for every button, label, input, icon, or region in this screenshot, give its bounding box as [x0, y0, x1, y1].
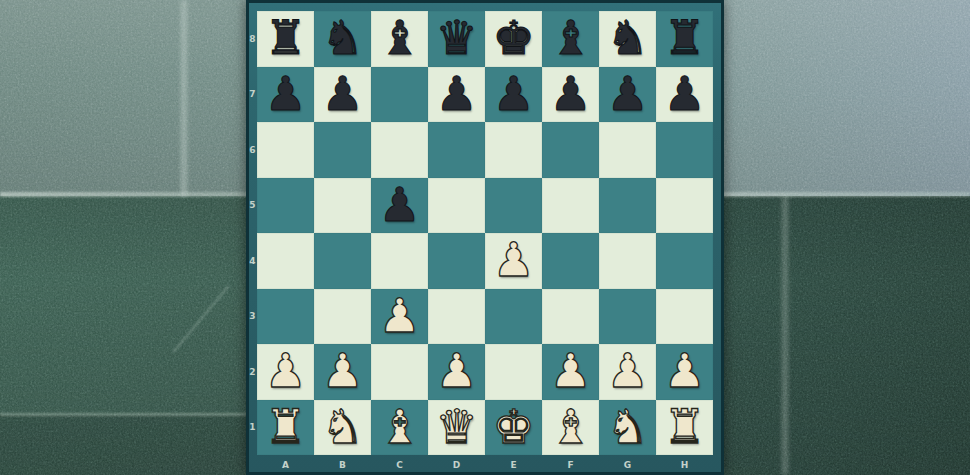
rank-label-5: 5: [248, 178, 257, 234]
black-knight[interactable]: ♞: [321, 14, 363, 61]
white-pawn[interactable]: ♟: [663, 347, 705, 394]
square-g4[interactable]: [599, 233, 656, 289]
rank-label-7: 7: [248, 67, 257, 123]
file-label-h: H: [656, 457, 713, 472]
file-label-e: E: [485, 457, 542, 472]
file-coordinates: ABCDEFGH: [257, 457, 713, 472]
chess-app-window: 87654321 ABCDEFGH ♜♞♝♛♚♝♞♜♟♟♟♟♟♟♟♟♟♟♟♟♟♟…: [0, 0, 970, 475]
square-f7[interactable]: ♟: [542, 67, 599, 123]
white-bishop[interactable]: ♝: [549, 403, 591, 450]
white-pawn[interactable]: ♟: [435, 347, 477, 394]
black-pawn[interactable]: ♟: [435, 70, 477, 117]
square-e6[interactable]: [485, 122, 542, 178]
square-g6[interactable]: [599, 122, 656, 178]
square-h4[interactable]: [656, 233, 713, 289]
background-tile-seam-horizontal-lower: [0, 413, 252, 416]
square-f6[interactable]: [542, 122, 599, 178]
black-pawn[interactable]: ♟: [321, 70, 363, 117]
white-bishop[interactable]: ♝: [378, 403, 420, 450]
square-a8[interactable]: ♜: [257, 11, 314, 67]
square-c3[interactable]: ♟: [371, 289, 428, 345]
square-b3[interactable]: [314, 289, 371, 345]
square-c6[interactable]: [371, 122, 428, 178]
black-pawn[interactable]: ♟: [264, 70, 306, 117]
square-d4[interactable]: [428, 233, 485, 289]
white-knight[interactable]: ♞: [606, 403, 648, 450]
rank-label-1: 1: [248, 400, 257, 456]
square-f1[interactable]: ♝: [542, 400, 599, 456]
black-pawn[interactable]: ♟: [663, 70, 705, 117]
black-rook[interactable]: ♜: [264, 14, 306, 61]
square-e4[interactable]: ♟: [485, 233, 542, 289]
square-e7[interactable]: ♟: [485, 67, 542, 123]
square-b2[interactable]: ♟: [314, 344, 371, 400]
square-h6[interactable]: [656, 122, 713, 178]
square-g7[interactable]: ♟: [599, 67, 656, 123]
square-g3[interactable]: [599, 289, 656, 345]
square-a6[interactable]: [257, 122, 314, 178]
file-label-b: B: [314, 457, 371, 472]
black-pawn[interactable]: ♟: [492, 70, 534, 117]
square-d8[interactable]: ♛: [428, 11, 485, 67]
square-a4[interactable]: [257, 233, 314, 289]
square-b5[interactable]: [314, 178, 371, 234]
square-e2[interactable]: [485, 344, 542, 400]
square-f5[interactable]: [542, 178, 599, 234]
rank-label-4: 4: [248, 233, 257, 289]
white-rook[interactable]: ♜: [663, 403, 705, 450]
square-g1[interactable]: ♞: [599, 400, 656, 456]
square-d6[interactable]: [428, 122, 485, 178]
background-shadow-patch: [0, 415, 252, 475]
square-c4[interactable]: [371, 233, 428, 289]
white-pawn[interactable]: ♟: [321, 347, 363, 394]
square-d5[interactable]: [428, 178, 485, 234]
square-b7[interactable]: ♟: [314, 67, 371, 123]
rank-label-3: 3: [248, 289, 257, 345]
white-pawn[interactable]: ♟: [549, 347, 591, 394]
square-a1[interactable]: ♜: [257, 400, 314, 456]
file-label-g: G: [599, 457, 656, 472]
square-a3[interactable]: [257, 289, 314, 345]
square-c2[interactable]: [371, 344, 428, 400]
black-pawn[interactable]: ♟: [378, 181, 420, 228]
background-tile-seam-vertical-lower: [782, 196, 788, 475]
white-pawn[interactable]: ♟: [606, 347, 648, 394]
white-pawn[interactable]: ♟: [378, 292, 420, 339]
square-b6[interactable]: [314, 122, 371, 178]
black-king[interactable]: ♚: [492, 14, 534, 61]
square-g5[interactable]: [599, 178, 656, 234]
square-f2[interactable]: ♟: [542, 344, 599, 400]
square-b4[interactable]: [314, 233, 371, 289]
square-h2[interactable]: ♟: [656, 344, 713, 400]
square-f8[interactable]: ♝: [542, 11, 599, 67]
white-queen[interactable]: ♛: [435, 403, 477, 450]
square-h8[interactable]: ♜: [656, 11, 713, 67]
square-a7[interactable]: ♟: [257, 67, 314, 123]
square-f3[interactable]: [542, 289, 599, 345]
black-pawn[interactable]: ♟: [606, 70, 648, 117]
rank-label-8: 8: [248, 11, 257, 67]
square-c1[interactable]: ♝: [371, 400, 428, 456]
black-pawn[interactable]: ♟: [549, 70, 591, 117]
black-bishop[interactable]: ♝: [378, 14, 420, 61]
file-label-a: A: [257, 457, 314, 472]
black-rook[interactable]: ♜: [663, 14, 705, 61]
black-bishop[interactable]: ♝: [549, 14, 591, 61]
background-tile-seam-vertical-upper: [181, 0, 187, 196]
square-a5[interactable]: [257, 178, 314, 234]
rank-label-6: 6: [248, 122, 257, 178]
square-b1[interactable]: ♞: [314, 400, 371, 456]
rank-label-2: 2: [248, 344, 257, 400]
square-f4[interactable]: [542, 233, 599, 289]
square-h3[interactable]: [656, 289, 713, 345]
white-king[interactable]: ♚: [492, 403, 534, 450]
square-c8[interactable]: ♝: [371, 11, 428, 67]
square-c5[interactable]: ♟: [371, 178, 428, 234]
file-label-d: D: [428, 457, 485, 472]
square-d1[interactable]: ♛: [428, 400, 485, 456]
white-knight[interactable]: ♞: [321, 403, 363, 450]
black-queen[interactable]: ♛: [435, 14, 477, 61]
square-h5[interactable]: [656, 178, 713, 234]
square-a2[interactable]: ♟: [257, 344, 314, 400]
file-label-f: F: [542, 457, 599, 472]
square-e1[interactable]: ♚: [485, 400, 542, 456]
chess-board: 87654321 ABCDEFGH ♜♞♝♛♚♝♞♜♟♟♟♟♟♟♟♟♟♟♟♟♟♟…: [246, 0, 724, 475]
square-e5[interactable]: [485, 178, 542, 234]
square-h7[interactable]: ♟: [656, 67, 713, 123]
white-rook[interactable]: ♜: [264, 403, 306, 450]
square-e3[interactable]: [485, 289, 542, 345]
file-label-c: C: [371, 457, 428, 472]
rank-coordinates: 87654321: [248, 11, 257, 455]
square-g8[interactable]: ♞: [599, 11, 656, 67]
black-knight[interactable]: ♞: [606, 14, 648, 61]
square-d7[interactable]: ♟: [428, 67, 485, 123]
square-h1[interactable]: ♜: [656, 400, 713, 456]
square-g2[interactable]: ♟: [599, 344, 656, 400]
background-scratch-mark: [173, 285, 230, 352]
square-d3[interactable]: [428, 289, 485, 345]
square-b8[interactable]: ♞: [314, 11, 371, 67]
square-c7[interactable]: [371, 67, 428, 123]
white-pawn[interactable]: ♟: [264, 347, 306, 394]
square-e8[interactable]: ♚: [485, 11, 542, 67]
square-d2[interactable]: ♟: [428, 344, 485, 400]
white-pawn[interactable]: ♟: [492, 236, 534, 283]
board-squares: ♜♞♝♛♚♝♞♜♟♟♟♟♟♟♟♟♟♟♟♟♟♟♟♟♜♞♝♛♚♝♞♜: [257, 11, 713, 455]
